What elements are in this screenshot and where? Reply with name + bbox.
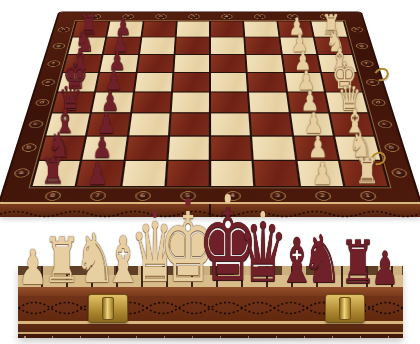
square-e4 bbox=[211, 73, 247, 92]
square-e5 bbox=[173, 73, 209, 92]
square-f4 bbox=[211, 55, 246, 72]
square-h5 bbox=[176, 22, 209, 37]
coordinate-medallion: 3 bbox=[253, 14, 265, 19]
square-e6 bbox=[135, 73, 173, 92]
piece-lineup: ♟♜♞♝♛♚♚♛♝♞♜♟ bbox=[0, 196, 420, 286]
box-lower-band bbox=[18, 324, 403, 332]
square-a3 bbox=[254, 161, 298, 186]
coordinate-medallion: h bbox=[350, 27, 363, 32]
square-e3 bbox=[248, 73, 286, 92]
latch-hasp bbox=[339, 297, 351, 320]
square-h4 bbox=[211, 22, 244, 37]
square-c3 bbox=[251, 114, 292, 135]
contrast-finial bbox=[185, 198, 191, 207]
board-playing-field: ♜♟♟♜♞♟♟♞♝♟♟♝♚♟♟♚♛♟♟♛♝♟♟♝♞♟♟♞♜♟♟♜ bbox=[30, 21, 390, 188]
chess-board: 87654321 87654321 hgfedcba hgfedcba ♜♟♟♜… bbox=[0, 12, 419, 203]
latch-hasp bbox=[102, 297, 114, 320]
square-d6 bbox=[132, 93, 171, 113]
contrast-finial bbox=[260, 211, 265, 218]
square-c6 bbox=[129, 114, 170, 135]
coordinate-medallion: 5 bbox=[188, 14, 199, 19]
brass-latch-icon bbox=[88, 294, 128, 323]
black-rook-a8: ♜ bbox=[41, 154, 66, 189]
square-f3 bbox=[247, 55, 283, 72]
square-h6 bbox=[142, 22, 176, 37]
coordinate-medallion: d bbox=[370, 99, 385, 106]
square-b6 bbox=[125, 136, 167, 159]
chess-set-photo: 87654321 87654321 hgfedcba hgfedcba ♜♟♟♜… bbox=[0, 0, 420, 344]
square-b5 bbox=[168, 136, 209, 159]
white-pawn-a2: ♟ bbox=[311, 158, 332, 188]
square-d4 bbox=[211, 93, 249, 113]
contrast-finial bbox=[152, 211, 157, 218]
box-shadow bbox=[10, 336, 410, 342]
black-pawn-a7: ♟ bbox=[87, 158, 108, 188]
square-f5 bbox=[174, 55, 209, 72]
square-f6 bbox=[137, 55, 173, 72]
coordinate-medallion: 4 bbox=[221, 14, 232, 19]
square-b4 bbox=[211, 136, 252, 159]
coordinate-medallion: f bbox=[360, 60, 374, 66]
square-c4 bbox=[211, 114, 250, 135]
coordinate-medallion: c bbox=[376, 120, 392, 128]
square-a8: ♜ bbox=[33, 161, 80, 186]
square-d3 bbox=[249, 93, 288, 113]
square-a4 bbox=[211, 161, 253, 186]
square-g5 bbox=[175, 38, 209, 54]
coordinate-medallion: f bbox=[46, 60, 60, 66]
square-a5 bbox=[167, 161, 209, 186]
lineup-black-knight: ♞ bbox=[302, 227, 342, 293]
square-a7: ♟ bbox=[77, 161, 123, 186]
coordinate-medallion: a bbox=[13, 168, 31, 177]
square-b3 bbox=[252, 136, 294, 159]
contrast-finial bbox=[225, 194, 231, 203]
square-a6 bbox=[122, 161, 166, 186]
square-g6 bbox=[140, 38, 175, 54]
square-g3 bbox=[245, 38, 280, 54]
coordinate-medallion: c bbox=[28, 120, 44, 128]
square-d5 bbox=[171, 93, 209, 113]
coordinate-medallion: g bbox=[355, 43, 369, 49]
coordinate-medallion: e bbox=[40, 79, 55, 86]
lineup-black-pawn: ♟ bbox=[371, 245, 399, 291]
coordinate-medallion: 6 bbox=[155, 14, 167, 19]
coordinate-medallion: a bbox=[390, 168, 408, 177]
square-a2: ♟ bbox=[297, 161, 343, 186]
coordinate-medallion: d bbox=[34, 99, 49, 106]
square-c5 bbox=[170, 114, 209, 135]
brass-latch-icon bbox=[325, 294, 365, 323]
coordinate-medallion: h bbox=[57, 27, 70, 32]
square-h3 bbox=[244, 22, 278, 37]
coordinate-medallion: g bbox=[52, 43, 66, 49]
coordinate-medallion: b bbox=[383, 143, 400, 151]
coordinate-medallion: b bbox=[20, 143, 37, 151]
square-g4 bbox=[211, 38, 245, 54]
